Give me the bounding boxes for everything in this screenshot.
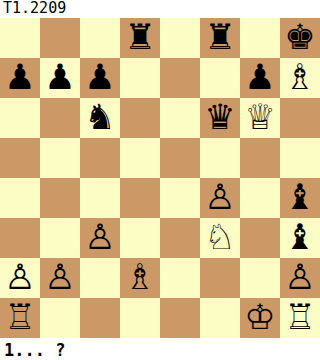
square-h8[interactable]: ♚ [280,18,320,58]
puzzle-title: T1.2209 [0,0,320,18]
square-c2[interactable] [80,258,120,298]
square-b7[interactable]: ♟ [40,58,80,98]
move-prompt: 1... ? [0,338,320,360]
square-a1[interactable]: ♖ [0,298,40,338]
piece-black-pawn[interactable]: ♟ [44,57,75,97]
piece-black-bishop[interactable]: ♝ [284,177,315,217]
square-f8[interactable]: ♜ [200,18,240,58]
square-b1[interactable] [40,298,80,338]
square-e3[interactable] [160,218,200,258]
piece-black-rook[interactable]: ♜ [204,17,235,57]
piece-black-pawn[interactable]: ♟ [84,57,115,97]
piece-white-pawn[interactable]: ♙ [84,217,115,257]
piece-white-rook[interactable]: ♖ [284,297,315,337]
square-c5[interactable] [80,138,120,178]
square-d5[interactable] [120,138,160,178]
piece-black-rook[interactable]: ♜ [124,17,155,57]
square-c3[interactable]: ♙ [80,218,120,258]
square-h5[interactable] [280,138,320,178]
piece-black-pawn[interactable]: ♟ [244,57,275,97]
square-g3[interactable] [240,218,280,258]
piece-white-pawn[interactable]: ♙ [4,257,35,297]
square-e2[interactable] [160,258,200,298]
piece-black-knight[interactable]: ♞ [84,97,115,137]
square-h1[interactable]: ♖ [280,298,320,338]
square-b8[interactable] [40,18,80,58]
square-e6[interactable] [160,98,200,138]
square-d8[interactable]: ♜ [120,18,160,58]
square-e7[interactable] [160,58,200,98]
square-d6[interactable] [120,98,160,138]
piece-white-pawn[interactable]: ♙ [44,257,75,297]
piece-white-pawn[interactable]: ♙ [204,177,235,217]
square-f5[interactable] [200,138,240,178]
square-a3[interactable] [0,218,40,258]
square-f3[interactable]: ♘ [200,218,240,258]
piece-black-pawn[interactable]: ♟ [4,57,35,97]
square-h4[interactable]: ♝ [280,178,320,218]
square-g7[interactable]: ♟ [240,58,280,98]
square-a5[interactable] [0,138,40,178]
square-a8[interactable] [0,18,40,58]
piece-white-rook[interactable]: ♖ [4,297,35,337]
square-c7[interactable]: ♟ [80,58,120,98]
square-g2[interactable] [240,258,280,298]
square-b2[interactable]: ♙ [40,258,80,298]
square-b3[interactable] [40,218,80,258]
square-b5[interactable] [40,138,80,178]
square-f4[interactable]: ♙ [200,178,240,218]
square-f7[interactable] [200,58,240,98]
square-f2[interactable] [200,258,240,298]
piece-white-knight[interactable]: ♘ [204,217,235,257]
square-f6[interactable]: ♛ [200,98,240,138]
square-c6[interactable]: ♞ [80,98,120,138]
square-h6[interactable] [280,98,320,138]
square-d1[interactable] [120,298,160,338]
square-f1[interactable] [200,298,240,338]
square-g4[interactable] [240,178,280,218]
square-c1[interactable] [80,298,120,338]
piece-white-bishop[interactable]: ♗ [124,257,155,297]
piece-black-queen[interactable]: ♛ [204,97,235,137]
square-d2[interactable]: ♗ [120,258,160,298]
square-h2[interactable]: ♙ [280,258,320,298]
square-d4[interactable] [120,178,160,218]
square-e1[interactable] [160,298,200,338]
piece-white-king[interactable]: ♔ [244,297,275,337]
square-b4[interactable] [40,178,80,218]
piece-white-queen[interactable]: ♕ [244,97,275,137]
square-e4[interactable] [160,178,200,218]
piece-black-bishop[interactable]: ♝ [284,217,315,257]
square-b6[interactable] [40,98,80,138]
square-e8[interactable] [160,18,200,58]
square-a2[interactable]: ♙ [0,258,40,298]
piece-white-pawn[interactable]: ♙ [284,257,315,297]
square-d7[interactable] [120,58,160,98]
square-a7[interactable]: ♟ [0,58,40,98]
square-c4[interactable] [80,178,120,218]
square-a6[interactable] [0,98,40,138]
square-g6[interactable]: ♕ [240,98,280,138]
square-h3[interactable]: ♝ [280,218,320,258]
chess-puzzle-app: T1.2209 ♜♜♚♟♟♟♟♗♞♛♕♙♝♙♘♝♙♙♗♙♖♔♖ 1... ? [0,0,320,360]
square-c8[interactable] [80,18,120,58]
chess-board: ♜♜♚♟♟♟♟♗♞♛♕♙♝♙♘♝♙♙♗♙♖♔♖ [0,18,320,338]
square-g1[interactable]: ♔ [240,298,280,338]
square-d3[interactable] [120,218,160,258]
square-h7[interactable]: ♗ [280,58,320,98]
square-g8[interactable] [240,18,280,58]
piece-black-king[interactable]: ♚ [284,17,315,57]
square-a4[interactable] [0,178,40,218]
square-e5[interactable] [160,138,200,178]
square-g5[interactable] [240,138,280,178]
piece-white-bishop[interactable]: ♗ [284,57,315,97]
